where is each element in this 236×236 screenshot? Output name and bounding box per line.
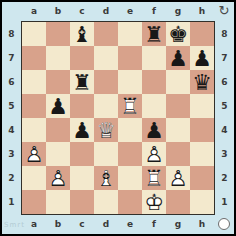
square-c8[interactable]: ♝ [70,22,94,46]
square-c7[interactable] [70,46,94,70]
rank-label-5: 5 [215,94,234,118]
rank-label-6: 6 [215,70,234,94]
file-label-f: f [142,215,166,234]
square-b5[interactable]: ♟ [46,94,70,118]
square-f8[interactable]: ♜ [142,22,166,46]
white-pawn: ♙ [142,142,166,166]
rank-label-2: 2 [2,166,21,190]
rank-label-6: 6 [2,70,21,94]
black-rook: ♜ [142,22,166,46]
square-g7[interactable]: ♟ [166,46,190,70]
white-king-fill: ♚ [142,190,166,214]
square-f7[interactable] [142,46,166,70]
black-pawn: ♟ [70,118,94,142]
square-d7[interactable] [94,46,118,70]
square-a5[interactable] [22,94,46,118]
square-d8[interactable] [94,22,118,46]
square-e3[interactable] [118,142,142,166]
white-bishop: ♗ [94,166,118,190]
square-c5[interactable] [70,94,94,118]
square-f5[interactable] [142,94,166,118]
rank-label-4: 4 [215,118,234,142]
file-label-b: b [46,215,70,234]
file-label-f: f [142,2,166,21]
white-pawn-fill: ♟ [22,142,46,166]
white-pawn: ♙ [22,142,46,166]
black-queen: ♛ [190,70,214,94]
square-h8[interactable] [190,22,214,46]
file-label-h: h [190,2,214,21]
white-pawn-fill: ♟ [166,166,190,190]
square-b3[interactable] [46,142,70,166]
square-b7[interactable] [46,46,70,70]
square-g6[interactable] [166,70,190,94]
square-e8[interactable] [118,22,142,46]
white-rook: ♖ [142,166,166,190]
flip-board-icon[interactable]: ↻ [216,3,232,19]
file-label-g: g [166,215,190,234]
square-a3[interactable]: ♟♙ [22,142,46,166]
file-label-c: c [70,215,94,234]
rank-labels-left: 87654321 [2,22,21,214]
square-h1[interactable] [190,190,214,214]
white-pawn: ♙ [166,166,190,190]
square-g3[interactable] [166,142,190,166]
rank-label-4: 4 [2,118,21,142]
black-pawn: ♟ [190,46,214,70]
square-d1[interactable] [94,190,118,214]
square-c6[interactable]: ♜ [70,70,94,94]
white-pawn: ♙ [46,166,70,190]
square-a2[interactable] [22,166,46,190]
rank-label-7: 7 [215,46,234,70]
square-d6[interactable] [94,70,118,94]
black-rook: ♜ [70,70,94,94]
square-a4[interactable] [22,118,46,142]
square-h3[interactable] [190,142,214,166]
white-to-move-indicator [218,218,230,230]
black-king: ♚ [166,22,190,46]
square-b6[interactable] [46,70,70,94]
square-g2[interactable]: ♟♙ [166,166,190,190]
white-queen: ♕ [94,118,118,142]
square-f1[interactable]: ♚♔ [142,190,166,214]
square-h2[interactable] [190,166,214,190]
square-a6[interactable] [22,70,46,94]
white-bishop-fill: ♝ [94,166,118,190]
square-g1[interactable] [166,190,190,214]
square-c2[interactable] [70,166,94,190]
square-g5[interactable] [166,94,190,118]
square-c1[interactable] [70,190,94,214]
square-e7[interactable] [118,46,142,70]
file-label-d: d [94,215,118,234]
file-labels-top: abcdefgh [22,2,214,21]
square-f3[interactable]: ♟♙ [142,142,166,166]
rank-label-3: 3 [215,142,234,166]
file-label-d: d [94,2,118,21]
square-c4[interactable]: ♟ [70,118,94,142]
rank-label-7: 7 [2,46,21,70]
rank-label-1: 1 [2,190,21,214]
square-h4[interactable] [190,118,214,142]
square-b2[interactable]: ♟♙ [46,166,70,190]
file-label-e: e [118,2,142,21]
square-d5[interactable] [94,94,118,118]
square-e2[interactable] [118,166,142,190]
square-d3[interactable] [94,142,118,166]
square-a1[interactable] [22,190,46,214]
white-queen-fill: ♛ [94,118,118,142]
black-pawn: ♟ [142,118,166,142]
square-e5[interactable]: ♜♖ [118,94,142,118]
white-pawn-fill: ♟ [46,166,70,190]
square-c3[interactable] [70,142,94,166]
square-g8[interactable]: ♚ [166,22,190,46]
rank-label-8: 8 [2,22,21,46]
square-f2[interactable]: ♜♖ [142,166,166,190]
square-d2[interactable]: ♝♗ [94,166,118,190]
square-b4[interactable] [46,118,70,142]
square-b1[interactable] [46,190,70,214]
file-label-e: e [118,215,142,234]
watermark-text: Smrt [4,221,25,229]
square-h6[interactable]: ♛ [190,70,214,94]
square-f4[interactable]: ♟ [142,118,166,142]
file-label-c: c [70,2,94,21]
white-rook-fill: ♜ [118,94,142,118]
black-pawn: ♟ [46,94,70,118]
square-a8[interactable] [22,22,46,46]
square-b8[interactable] [46,22,70,46]
white-rook: ♖ [118,94,142,118]
square-f6[interactable] [142,70,166,94]
chess-board: ♝♜♚♟♟♜♛♟♜♖♟♛♕♟♟♙♟♙♟♙♝♗♜♖♟♙♚♔ [21,21,215,215]
file-label-b: b [46,2,70,21]
white-king: ♔ [142,190,166,214]
square-h7[interactable]: ♟ [190,46,214,70]
square-e1[interactable] [118,190,142,214]
rank-label-5: 5 [2,94,21,118]
white-rook-fill: ♜ [142,166,166,190]
square-d4[interactable]: ♛♕ [94,118,118,142]
rank-label-8: 8 [215,22,234,46]
white-pawn-fill: ♟ [142,142,166,166]
file-labels-bottom: abcdefgh [22,215,214,234]
file-label-h: h [190,215,214,234]
black-pawn: ♟ [166,46,190,70]
rank-label-1: 1 [215,190,234,214]
square-g4[interactable] [166,118,190,142]
square-a7[interactable] [22,46,46,70]
rank-label-2: 2 [215,166,234,190]
file-label-g: g [166,2,190,21]
rank-label-3: 3 [2,142,21,166]
black-bishop: ♝ [70,22,94,46]
square-e4[interactable] [118,118,142,142]
square-h5[interactable] [190,94,214,118]
rank-labels-right: 87654321 [215,22,234,214]
square-e6[interactable] [118,70,142,94]
file-label-a: a [22,215,46,234]
chess-diagram: abcdefgh abcdefgh 87654321 87654321 ♝♜♚♟… [0,0,236,236]
file-label-a: a [22,2,46,21]
